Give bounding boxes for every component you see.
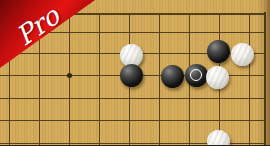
white-stone xyxy=(231,43,254,66)
board-right-edge-line xyxy=(264,12,266,145)
black-stone xyxy=(185,64,208,87)
black-stone xyxy=(207,40,230,63)
pro-ribbon-label: Pro xyxy=(12,2,64,49)
star-point xyxy=(67,73,72,78)
black-stone xyxy=(120,64,143,87)
white-stone xyxy=(207,130,230,146)
black-stone xyxy=(161,65,184,88)
go-app-screenshot: Pro xyxy=(0,0,270,145)
board-grid-vline xyxy=(249,13,250,145)
last-move-marker xyxy=(190,69,202,81)
board-grid-vline xyxy=(159,13,160,145)
white-stone xyxy=(206,66,229,89)
board-grid-vline xyxy=(99,13,100,145)
board-grid-vline xyxy=(69,13,70,145)
pro-ribbon: Pro xyxy=(0,0,95,68)
